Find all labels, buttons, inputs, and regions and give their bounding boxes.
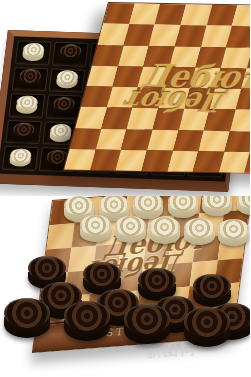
piece-face [115,216,146,236]
checker-white [115,216,146,243]
checker-white [49,123,72,142]
checker-dark [59,44,82,63]
lid-square-light [221,47,250,68]
piece-face [168,196,198,211]
checker-dark [53,97,76,116]
photo-closed-box: Дебют Дебют [0,0,250,196]
piece-face [149,217,180,237]
checker-dark [124,304,170,344]
checker-white [184,218,215,245]
checker-white [9,148,32,167]
piece-face [4,298,50,328]
checker-white [80,215,111,242]
tray-socket [52,42,89,67]
piece-face [80,215,111,235]
piece-face [218,219,249,239]
photo-open-board: ДебютДебют STRILA ......................… [0,196,250,377]
checker-white [168,196,198,218]
tray-socket [8,93,45,118]
checker-white [237,196,251,215]
checker-dark [19,69,42,88]
tray-socket [5,120,42,145]
piece-face [184,307,230,337]
checker-white [56,70,79,89]
lid-square-dark [224,131,250,152]
piece-face [124,304,170,334]
checker-white [15,95,38,114]
checker-dark [184,307,230,347]
checker-dark [4,298,50,338]
piece-face [184,218,215,238]
tray-socket [49,68,86,93]
checker-white [202,196,232,216]
tray-socket [12,67,49,92]
lid-checker-pattern [64,3,250,173]
lid-square-dark [226,26,250,47]
piece-face [99,196,129,214]
tray-socket [15,40,52,65]
checker-dark [12,122,35,141]
checker-dark [64,301,110,341]
tray-socket [2,146,39,171]
checker-white [22,42,45,61]
checker-white [149,217,180,244]
piece-face [64,301,110,331]
checkerboard-lid: Дебют Дебют [63,2,250,174]
checker-white [218,219,249,246]
product-photo-collage: Дебют Дебют ДебютДебют STRILA ..........… [0,0,250,377]
